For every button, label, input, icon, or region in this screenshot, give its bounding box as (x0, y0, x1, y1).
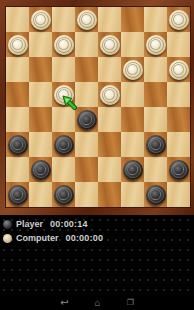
checkers-board (6, 7, 190, 207)
square-g7[interactable] (144, 32, 167, 57)
square-h1 (167, 182, 190, 207)
black-man[interactable] (146, 185, 166, 205)
square-b4[interactable] (29, 107, 52, 132)
square-d1 (75, 182, 98, 207)
square-b3 (29, 132, 52, 157)
square-d5 (75, 82, 98, 107)
android-back-icon[interactable]: ↩ (60, 298, 68, 308)
square-g1[interactable] (144, 182, 167, 207)
player-label: Player (16, 219, 43, 229)
player-clock: 00:00:14 (50, 219, 88, 229)
white-man[interactable] (77, 10, 97, 30)
square-b6[interactable] (29, 57, 52, 82)
square-g4 (144, 107, 167, 132)
white-man[interactable] (31, 10, 51, 30)
square-a6 (6, 57, 29, 82)
white-man[interactable] (169, 10, 189, 30)
square-c4 (52, 107, 75, 132)
square-f5 (121, 82, 144, 107)
square-f3 (121, 132, 144, 157)
square-d4[interactable] (75, 107, 98, 132)
square-h7 (167, 32, 190, 57)
white-man[interactable] (100, 85, 120, 105)
square-d2[interactable] (75, 157, 98, 182)
black-man[interactable] (77, 110, 97, 130)
square-c3[interactable] (52, 132, 75, 157)
white-man[interactable] (54, 35, 74, 55)
square-a4 (6, 107, 29, 132)
square-e4 (98, 107, 121, 132)
square-c2 (52, 157, 75, 182)
black-man[interactable] (8, 135, 28, 155)
white-man[interactable] (100, 35, 120, 55)
square-f1 (121, 182, 144, 207)
black-man[interactable] (54, 185, 74, 205)
computer-status-row: Computer 00:00:00 (3, 232, 103, 244)
square-a8 (6, 7, 29, 32)
computer-label: Computer (16, 233, 59, 243)
black-man[interactable] (146, 135, 166, 155)
square-e1[interactable] (98, 182, 121, 207)
square-b7 (29, 32, 52, 57)
android-home-icon[interactable]: ⌂ (95, 298, 101, 308)
board-frame (0, 0, 194, 215)
square-a2 (6, 157, 29, 182)
white-man[interactable] (146, 35, 166, 55)
info-panel: Player 00:00:14 Computer 00:00:00 d4-c5d… (0, 215, 194, 310)
square-f8[interactable] (121, 7, 144, 32)
square-h8[interactable] (167, 7, 190, 32)
android-recents-icon[interactable]: ❐ (127, 299, 134, 307)
square-g3[interactable] (144, 132, 167, 157)
square-f2[interactable] (121, 157, 144, 182)
black-man[interactable] (8, 185, 28, 205)
square-g2 (144, 157, 167, 182)
square-d3 (75, 132, 98, 157)
square-a5[interactable] (6, 82, 29, 107)
square-d7 (75, 32, 98, 57)
square-g8 (144, 7, 167, 32)
square-e3[interactable] (98, 132, 121, 157)
square-d8[interactable] (75, 7, 98, 32)
square-c5[interactable] (52, 82, 75, 107)
square-a3[interactable] (6, 132, 29, 157)
square-h4[interactable] (167, 107, 190, 132)
square-h2[interactable] (167, 157, 190, 182)
square-h3 (167, 132, 190, 157)
square-c8 (52, 7, 75, 32)
square-b2[interactable] (29, 157, 52, 182)
square-e7[interactable] (98, 32, 121, 57)
square-c1[interactable] (52, 182, 75, 207)
square-f7 (121, 32, 144, 57)
square-f4[interactable] (121, 107, 144, 132)
square-d6[interactable] (75, 57, 98, 82)
square-c7[interactable] (52, 32, 75, 57)
square-e6 (98, 57, 121, 82)
square-b1 (29, 182, 52, 207)
black-man[interactable] (123, 160, 143, 180)
white-man[interactable] (123, 60, 143, 80)
square-f6[interactable] (121, 57, 144, 82)
square-h5 (167, 82, 190, 107)
square-a7[interactable] (6, 32, 29, 57)
square-a1[interactable] (6, 182, 29, 207)
square-e5[interactable] (98, 82, 121, 107)
square-b5 (29, 82, 52, 107)
square-g6 (144, 57, 167, 82)
square-c6 (52, 57, 75, 82)
player-status-row: Player 00:00:14 (3, 218, 103, 230)
square-h6[interactable] (167, 57, 190, 82)
last-move-arrow-icon (62, 95, 77, 110)
white-man[interactable] (169, 60, 189, 80)
clock-area: Player 00:00:14 Computer 00:00:00 (3, 218, 103, 246)
square-e2 (98, 157, 121, 182)
square-e8 (98, 7, 121, 32)
computer-piece-bullet (3, 234, 12, 243)
player-piece-bullet (3, 220, 12, 229)
android-navbar: ↩ ⌂ ❐ (0, 296, 194, 310)
black-man[interactable] (54, 135, 74, 155)
black-man[interactable] (31, 160, 51, 180)
white-man[interactable] (8, 35, 28, 55)
black-man[interactable] (169, 160, 189, 180)
square-b8[interactable] (29, 7, 52, 32)
square-g5[interactable] (144, 82, 167, 107)
computer-clock: 00:00:00 (66, 233, 104, 243)
